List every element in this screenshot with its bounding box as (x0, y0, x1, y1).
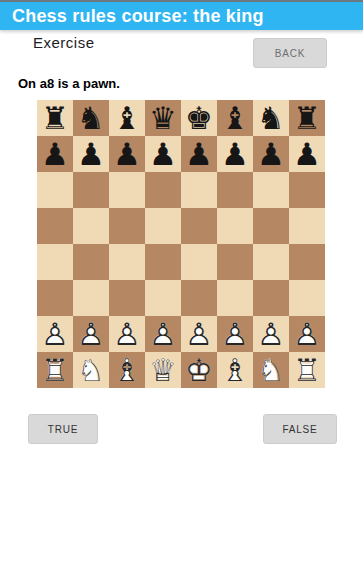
square-c4 (109, 244, 145, 280)
piece-white-pawn: ♙ (37, 316, 73, 352)
piece-white-knight-fill: ♞ (253, 352, 289, 388)
square-c5 (109, 208, 145, 244)
piece-white-king-fill: ♚ (181, 352, 217, 388)
square-f7: ♟ (217, 136, 253, 172)
piece-black-pawn: ♟ (145, 136, 181, 172)
square-a3 (37, 280, 73, 316)
square-e8: ♚ (181, 100, 217, 136)
square-b6 (73, 172, 109, 208)
square-b8: ♞ (73, 100, 109, 136)
piece-black-knight: ♞ (73, 100, 109, 136)
piece-white-bishop-fill: ♝ (109, 352, 145, 388)
square-d6 (145, 172, 181, 208)
piece-white-queen: ♕ (145, 352, 181, 388)
square-f3 (217, 280, 253, 316)
square-g3 (253, 280, 289, 316)
square-e6 (181, 172, 217, 208)
square-d1: ♛♕ (145, 352, 181, 388)
piece-black-pawn: ♟ (217, 136, 253, 172)
piece-white-bishop-fill: ♝ (217, 352, 253, 388)
square-a6 (37, 172, 73, 208)
square-b4 (73, 244, 109, 280)
page-title: Chess rules course: the king (0, 6, 264, 27)
piece-white-pawn: ♙ (289, 316, 325, 352)
square-d4 (145, 244, 181, 280)
piece-white-pawn-fill: ♟ (289, 316, 325, 352)
square-h6 (289, 172, 325, 208)
square-h4 (289, 244, 325, 280)
piece-black-pawn: ♟ (37, 136, 73, 172)
true-button[interactable]: TRUE (28, 414, 98, 444)
square-f1: ♝♗ (217, 352, 253, 388)
square-a2: ♟♙ (37, 316, 73, 352)
square-g2: ♟♙ (253, 316, 289, 352)
square-f4 (217, 244, 253, 280)
square-f8: ♝ (217, 100, 253, 136)
piece-white-pawn-fill: ♟ (145, 316, 181, 352)
piece-white-bishop: ♗ (109, 352, 145, 388)
piece-white-pawn-fill: ♟ (109, 316, 145, 352)
square-e1: ♚♔ (181, 352, 217, 388)
square-g7: ♟ (253, 136, 289, 172)
square-f5 (217, 208, 253, 244)
square-g5 (253, 208, 289, 244)
piece-black-queen: ♛ (145, 100, 181, 136)
piece-white-pawn: ♙ (253, 316, 289, 352)
square-e2: ♟♙ (181, 316, 217, 352)
square-a1: ♜♖ (37, 352, 73, 388)
square-b5 (73, 208, 109, 244)
piece-white-rook: ♖ (37, 352, 73, 388)
back-button[interactable]: BACK (253, 38, 327, 68)
square-g1: ♞♘ (253, 352, 289, 388)
piece-black-knight: ♞ (253, 100, 289, 136)
square-e4 (181, 244, 217, 280)
square-h3 (289, 280, 325, 316)
square-h5 (289, 208, 325, 244)
false-button[interactable]: FALSE (263, 414, 337, 444)
piece-white-pawn-fill: ♟ (73, 316, 109, 352)
square-h2: ♟♙ (289, 316, 325, 352)
square-d5 (145, 208, 181, 244)
piece-black-pawn: ♟ (289, 136, 325, 172)
square-g4 (253, 244, 289, 280)
piece-white-knight: ♘ (253, 352, 289, 388)
piece-white-knight-fill: ♞ (73, 352, 109, 388)
title-bar: Chess rules course: the king (0, 2, 363, 30)
square-c3 (109, 280, 145, 316)
square-f6 (217, 172, 253, 208)
piece-black-pawn: ♟ (181, 136, 217, 172)
question-text: On a8 is a pawn. (18, 76, 120, 91)
piece-black-pawn: ♟ (109, 136, 145, 172)
piece-white-queen-fill: ♛ (145, 352, 181, 388)
piece-black-rook: ♜ (37, 100, 73, 136)
square-e7: ♟ (181, 136, 217, 172)
square-c8: ♝ (109, 100, 145, 136)
piece-black-pawn: ♟ (73, 136, 109, 172)
square-e5 (181, 208, 217, 244)
square-c6 (109, 172, 145, 208)
square-b2: ♟♙ (73, 316, 109, 352)
piece-white-bishop: ♗ (217, 352, 253, 388)
piece-black-rook: ♜ (289, 100, 325, 136)
square-c2: ♟♙ (109, 316, 145, 352)
square-b3 (73, 280, 109, 316)
piece-black-pawn: ♟ (253, 136, 289, 172)
piece-black-king: ♚ (181, 100, 217, 136)
piece-white-pawn: ♙ (217, 316, 253, 352)
square-d2: ♟♙ (145, 316, 181, 352)
piece-white-rook-fill: ♜ (289, 352, 325, 388)
square-e3 (181, 280, 217, 316)
square-a8: ♜ (37, 100, 73, 136)
piece-white-pawn-fill: ♟ (217, 316, 253, 352)
piece-white-pawn: ♙ (145, 316, 181, 352)
square-a5 (37, 208, 73, 244)
piece-white-pawn-fill: ♟ (181, 316, 217, 352)
piece-white-king: ♔ (181, 352, 217, 388)
square-h8: ♜ (289, 100, 325, 136)
piece-white-pawn: ♙ (73, 316, 109, 352)
piece-white-pawn: ♙ (181, 316, 217, 352)
square-g8: ♞ (253, 100, 289, 136)
square-a7: ♟ (37, 136, 73, 172)
square-a4 (37, 244, 73, 280)
piece-white-rook-fill: ♜ (37, 352, 73, 388)
square-h1: ♜♖ (289, 352, 325, 388)
exercise-label: Exercise (33, 34, 95, 51)
piece-black-bishop: ♝ (109, 100, 145, 136)
piece-white-pawn-fill: ♟ (253, 316, 289, 352)
square-d3 (145, 280, 181, 316)
piece-white-pawn: ♙ (109, 316, 145, 352)
piece-white-pawn-fill: ♟ (37, 316, 73, 352)
square-d7: ♟ (145, 136, 181, 172)
square-g6 (253, 172, 289, 208)
square-h7: ♟ (289, 136, 325, 172)
piece-black-bishop: ♝ (217, 100, 253, 136)
piece-white-knight: ♘ (73, 352, 109, 388)
square-b7: ♟ (73, 136, 109, 172)
square-c7: ♟ (109, 136, 145, 172)
square-c1: ♝♗ (109, 352, 145, 388)
square-d8: ♛ (145, 100, 181, 136)
square-b1: ♞♘ (73, 352, 109, 388)
chess-board: ♜♞♝♛♚♝♞♜♟♟♟♟♟♟♟♟♟♙♟♙♟♙♟♙♟♙♟♙♟♙♟♙♜♖♞♘♝♗♛♕… (37, 100, 325, 388)
square-f2: ♟♙ (217, 316, 253, 352)
piece-white-rook: ♖ (289, 352, 325, 388)
